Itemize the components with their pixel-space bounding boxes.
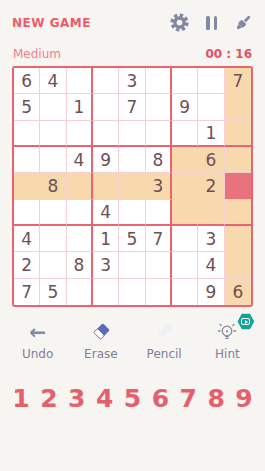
cell-r1c1[interactable]: 6 [14, 68, 40, 94]
cell-r2c7[interactable]: 9 [172, 94, 198, 120]
header: NEW GAME [0, 0, 265, 33]
cell-r9c6[interactable] [146, 279, 172, 305]
cell-r4c3[interactable]: 4 [67, 147, 93, 173]
cell-r1c3[interactable] [67, 68, 93, 94]
toolbar: ← Undo Erase Pencil [0, 320, 265, 361]
cell-r9c8[interactable]: 9 [198, 279, 224, 305]
timer: 00 : 16 [205, 47, 252, 61]
cell-r9c1[interactable]: 7 [14, 279, 40, 305]
cell-r7c4[interactable]: 1 [93, 226, 119, 252]
cell-r8c9[interactable] [225, 252, 251, 278]
cell-r7c8[interactable]: 3 [198, 226, 224, 252]
cell-r8c7[interactable] [172, 252, 198, 278]
cell-r8c5[interactable] [119, 252, 145, 278]
numpad-5[interactable]: 5 [121, 385, 145, 413]
numpad-3[interactable]: 3 [65, 385, 89, 413]
difficulty-label: Medium [13, 47, 61, 61]
cell-r4c1[interactable] [14, 147, 40, 173]
cell-r3c2[interactable] [40, 121, 66, 147]
cell-r9c4[interactable] [93, 279, 119, 305]
cell-r9c5[interactable] [119, 279, 145, 305]
cell-r6c2[interactable] [40, 200, 66, 226]
cell-r3c6[interactable] [146, 121, 172, 147]
number-pad: 1 2 3 4 5 6 7 8 9 [0, 385, 265, 413]
cell-r5c7[interactable] [172, 173, 198, 199]
cell-r7c6[interactable]: 7 [146, 226, 172, 252]
cell-r5c5[interactable] [119, 173, 145, 199]
cell-r7c3[interactable] [67, 226, 93, 252]
cell-r3c7[interactable] [172, 121, 198, 147]
cell-r9c7[interactable] [172, 279, 198, 305]
theme-brush-icon[interactable] [233, 13, 253, 33]
cell-r3c1[interactable] [14, 121, 40, 147]
status-bar: Medium 00 : 16 [0, 33, 265, 66]
cell-r7c2[interactable] [40, 226, 66, 252]
numpad-6[interactable]: 6 [148, 385, 172, 413]
cell-r5c9[interactable] [225, 173, 251, 199]
cell-r8c2[interactable] [40, 252, 66, 278]
cell-r8c6[interactable] [146, 252, 172, 278]
cell-r1c8[interactable] [198, 68, 224, 94]
numpad-1[interactable]: 1 [9, 385, 33, 413]
numpad-4[interactable]: 4 [93, 385, 117, 413]
cell-r2c4[interactable] [93, 94, 119, 120]
cell-r1c5[interactable]: 3 [119, 68, 145, 94]
cell-r7c5[interactable]: 5 [119, 226, 145, 252]
cell-r5c3[interactable] [67, 173, 93, 199]
undo-label: Undo [22, 347, 53, 361]
cell-r5c8[interactable]: 2 [198, 173, 224, 199]
settings-gear-icon[interactable] [169, 12, 190, 33]
cell-r6c1[interactable] [14, 200, 40, 226]
numpad-7[interactable]: 7 [176, 385, 200, 413]
cell-r4c2[interactable] [40, 147, 66, 173]
cell-r6c3[interactable] [67, 200, 93, 226]
numpad-2[interactable]: 2 [37, 385, 61, 413]
cell-r1c9[interactable]: 7 [225, 68, 251, 94]
cell-r8c4[interactable]: 3 [93, 252, 119, 278]
hint-label: Hint [215, 347, 240, 361]
cell-r2c9[interactable] [225, 94, 251, 120]
cell-r7c7[interactable] [172, 226, 198, 252]
cell-r3c3[interactable] [67, 121, 93, 147]
pencil-icon [153, 320, 175, 344]
cell-r4c8[interactable]: 6 [198, 147, 224, 173]
cell-r5c1[interactable] [14, 173, 40, 199]
erase-label: Erase [84, 347, 118, 361]
cell-r3c5[interactable] [119, 121, 145, 147]
lightbulb-icon [215, 320, 239, 344]
cell-r6c7[interactable] [172, 200, 198, 226]
undo-arrow-icon: ← [29, 320, 46, 344]
cell-r7c1[interactable]: 4 [14, 226, 40, 252]
cell-r9c3[interactable] [67, 279, 93, 305]
cell-r4c6[interactable]: 8 [146, 147, 172, 173]
eraser-icon [90, 320, 112, 344]
cell-r4c7[interactable] [172, 147, 198, 173]
cell-r2c6[interactable] [146, 94, 172, 120]
cell-r1c2[interactable]: 4 [40, 68, 66, 94]
cell-r3c9[interactable] [225, 121, 251, 147]
cell-r8c8[interactable]: 4 [198, 252, 224, 278]
cell-r2c1[interactable]: 5 [14, 94, 40, 120]
cell-r7c9[interactable] [225, 226, 251, 252]
cell-r6c6[interactable] [146, 200, 172, 226]
erase-button[interactable]: Erase [76, 320, 126, 361]
cell-r3c4[interactable] [93, 121, 119, 147]
cell-r9c2[interactable]: 5 [40, 279, 66, 305]
cell-r5c4[interactable] [93, 173, 119, 199]
cell-r8c3[interactable]: 8 [67, 252, 93, 278]
cell-r4c5[interactable] [119, 147, 145, 173]
header-icons [169, 12, 253, 33]
cell-r2c2[interactable] [40, 94, 66, 120]
pencil-label: Pencil [147, 347, 182, 361]
cell-r4c9[interactable] [225, 147, 251, 173]
cell-r6c4[interactable]: 4 [93, 200, 119, 226]
cell-r1c6[interactable] [146, 68, 172, 94]
cell-r1c4[interactable] [93, 68, 119, 94]
cell-r4c4[interactable]: 9 [93, 147, 119, 173]
cell-r2c5[interactable]: 7 [119, 94, 145, 120]
cell-r6c8[interactable] [198, 200, 224, 226]
cell-r6c5[interactable] [119, 200, 145, 226]
cell-r2c3[interactable]: 1 [67, 94, 93, 120]
hint-button[interactable]: Hint [202, 320, 252, 361]
cell-r5c2[interactable]: 8 [40, 173, 66, 199]
sudoku-board: 643751791498683244157328347596 [12, 66, 253, 307]
video-hint-badge [237, 313, 254, 330]
numpad-9[interactable]: 9 [232, 385, 256, 413]
cell-r9c9[interactable]: 6 [225, 279, 251, 305]
new-game-button[interactable]: NEW GAME [12, 16, 91, 30]
pause-icon[interactable] [204, 14, 219, 32]
cell-r1c7[interactable] [172, 68, 198, 94]
cell-r6c9[interactable] [225, 200, 251, 226]
pencil-button[interactable]: Pencil [139, 320, 189, 361]
cell-r8c1[interactable]: 2 [14, 252, 40, 278]
cell-r5c6[interactable]: 3 [146, 173, 172, 199]
cell-r3c8[interactable]: 1 [198, 121, 224, 147]
numpad-8[interactable]: 8 [204, 385, 228, 413]
undo-button[interactable]: ← Undo [13, 320, 63, 361]
cell-r2c8[interactable] [198, 94, 224, 120]
